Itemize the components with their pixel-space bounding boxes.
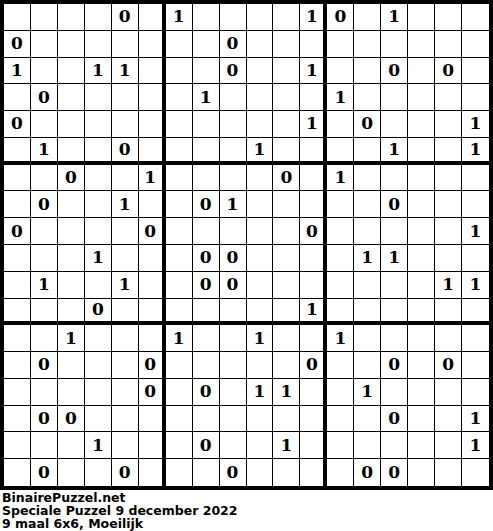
cell-r16c2: 0: [31, 406, 58, 433]
cell-r3c3[interactable]: [58, 58, 85, 85]
cell-r13c18[interactable]: [462, 325, 489, 352]
cell-r7c10[interactable]: [247, 165, 274, 192]
cell-r14c5[interactable]: [112, 352, 139, 379]
cell-r15c8: 0: [193, 379, 220, 406]
cell-r14c12: 0: [300, 352, 327, 379]
cell-r13c1[interactable]: [4, 325, 31, 352]
cell-r12c2[interactable]: [31, 299, 58, 326]
cell-r1c1[interactable]: [4, 4, 31, 31]
cell-r13c8[interactable]: [193, 325, 220, 352]
cell-r8c11[interactable]: [273, 191, 300, 218]
cell-r12c18[interactable]: [462, 299, 489, 326]
cell-r16c7[interactable]: [166, 406, 193, 433]
cell-r12c3[interactable]: [58, 299, 85, 326]
cell-r3c9: 0: [220, 58, 247, 85]
cell-r17c17[interactable]: [435, 432, 462, 459]
cell-r13c6[interactable]: [139, 325, 166, 352]
cell-r14c2: 0: [31, 352, 58, 379]
cell-r4c15[interactable]: [381, 84, 408, 111]
cell-r15c17[interactable]: [435, 379, 462, 406]
cell-r15c13[interactable]: [327, 379, 354, 406]
cell-r15c6: 0: [139, 379, 166, 406]
cell-r4c3[interactable]: [58, 84, 85, 111]
cell-r11c3[interactable]: [58, 272, 85, 299]
cell-r18c10[interactable]: [247, 459, 274, 486]
cell-r16c16[interactable]: [408, 406, 435, 433]
cell-r12c11[interactable]: [273, 299, 300, 326]
cell-r17c2[interactable]: [31, 432, 58, 459]
cell-r2c16[interactable]: [408, 31, 435, 58]
cell-r1c3[interactable]: [58, 4, 85, 31]
cell-r10c12[interactable]: [300, 245, 327, 272]
cell-r7c6: 1: [139, 165, 166, 192]
cell-r10c10[interactable]: [247, 245, 274, 272]
cell-r1c6[interactable]: [139, 4, 166, 31]
cell-r10c16[interactable]: [408, 245, 435, 272]
cell-r8c10[interactable]: [247, 191, 274, 218]
cell-r1c13: 0: [327, 4, 354, 31]
cell-r11c9: 0: [220, 272, 247, 299]
cell-r14c18[interactable]: [462, 352, 489, 379]
cell-r17c15[interactable]: [381, 432, 408, 459]
cell-r16c15: 0: [381, 406, 408, 433]
cell-r2c7[interactable]: [166, 31, 193, 58]
cell-r11c4[interactable]: [85, 272, 112, 299]
cell-r13c9[interactable]: [220, 325, 247, 352]
cell-r10c3[interactable]: [58, 245, 85, 272]
cell-r16c3: 0: [58, 406, 85, 433]
cell-r1c16[interactable]: [408, 4, 435, 31]
cell-r11c13[interactable]: [327, 272, 354, 299]
cell-r6c3[interactable]: [58, 138, 85, 165]
cell-r2c2[interactable]: [31, 31, 58, 58]
cell-r17c7[interactable]: [166, 432, 193, 459]
cell-r12c7[interactable]: [166, 299, 193, 326]
cell-r16c17[interactable]: [435, 406, 462, 433]
cell-r15c12[interactable]: [300, 379, 327, 406]
cell-r6c5: 0: [112, 138, 139, 165]
cell-r18c3[interactable]: [58, 459, 85, 486]
cell-r3c17: 0: [435, 58, 462, 85]
cell-r5c16[interactable]: [408, 111, 435, 138]
cell-r15c3[interactable]: [58, 379, 85, 406]
cell-r12c12: 1: [300, 299, 327, 326]
cell-r8c14[interactable]: [354, 191, 381, 218]
cell-r2c8[interactable]: [193, 31, 220, 58]
cell-r18c5: 0: [112, 459, 139, 486]
cell-r10c17[interactable]: [435, 245, 462, 272]
cell-r14c1[interactable]: [4, 352, 31, 379]
cell-r2c9: 0: [220, 31, 247, 58]
cell-r7c18[interactable]: [462, 165, 489, 192]
cell-r7c16[interactable]: [408, 165, 435, 192]
cell-r7c12[interactable]: [300, 165, 327, 192]
cell-r12c5[interactable]: [112, 299, 139, 326]
cell-r17c13[interactable]: [327, 432, 354, 459]
cell-r11c7[interactable]: [166, 272, 193, 299]
cell-r5c10[interactable]: [247, 111, 274, 138]
cell-r16c10[interactable]: [247, 406, 274, 433]
puzzle-grid: 0110100111010001101011011101010101000011…: [0, 0, 493, 490]
cell-r16c18: 1: [462, 406, 489, 433]
puzzle-spec: 9 maal 6x6, Moeilijk: [2, 517, 491, 530]
cell-r4c5[interactable]: [112, 84, 139, 111]
cell-r12c9[interactable]: [220, 299, 247, 326]
cell-r5c7[interactable]: [166, 111, 193, 138]
cell-r13c7: 1: [166, 325, 193, 352]
cell-r10c7[interactable]: [166, 245, 193, 272]
cell-r2c5[interactable]: [112, 31, 139, 58]
cell-r14c8[interactable]: [193, 352, 220, 379]
cell-r3c1: 1: [4, 58, 31, 85]
cell-r1c7: 1: [166, 4, 193, 31]
cell-r18c12[interactable]: [300, 459, 327, 486]
cell-r10c6[interactable]: [139, 245, 166, 272]
cell-r8c5: 1: [112, 191, 139, 218]
cell-r7c13: 1: [327, 165, 354, 192]
cell-r8c17[interactable]: [435, 191, 462, 218]
cell-r4c12[interactable]: [300, 84, 327, 111]
cell-r18c11[interactable]: [273, 459, 300, 486]
cell-r4c2: 0: [31, 84, 58, 111]
cell-r5c15[interactable]: [381, 111, 408, 138]
cell-r9c15[interactable]: [381, 218, 408, 245]
cell-r12c16[interactable]: [408, 299, 435, 326]
cell-r17c12[interactable]: [300, 432, 327, 459]
cell-r1c9[interactable]: [220, 4, 247, 31]
cell-r16c4[interactable]: [85, 406, 112, 433]
cell-r9c9[interactable]: [220, 218, 247, 245]
cell-r2c4[interactable]: [85, 31, 112, 58]
cell-r5c14: 0: [354, 111, 381, 138]
cell-r13c10: 1: [247, 325, 274, 352]
cell-r3c11[interactable]: [273, 58, 300, 85]
cell-r17c3[interactable]: [58, 432, 85, 459]
cell-r14c11[interactable]: [273, 352, 300, 379]
cell-r13c14[interactable]: [354, 325, 381, 352]
cell-r7c1[interactable]: [4, 165, 31, 192]
cell-r6c1[interactable]: [4, 138, 31, 165]
cell-r3c15: 0: [381, 58, 408, 85]
cell-r3c7[interactable]: [166, 58, 193, 85]
cell-r8c12[interactable]: [300, 191, 327, 218]
cell-r3c13[interactable]: [327, 58, 354, 85]
cell-r8c2: 0: [31, 191, 58, 218]
cell-r15c5[interactable]: [112, 379, 139, 406]
cell-r14c10[interactable]: [247, 352, 274, 379]
cell-r6c14[interactable]: [354, 138, 381, 165]
cell-r18c13[interactable]: [327, 459, 354, 486]
cell-r17c9[interactable]: [220, 432, 247, 459]
cell-r3c8[interactable]: [193, 58, 220, 85]
cell-r10c14: 1: [354, 245, 381, 272]
cell-r5c5[interactable]: [112, 111, 139, 138]
cell-r13c5[interactable]: [112, 325, 139, 352]
cell-r7c2[interactable]: [31, 165, 58, 192]
cell-r17c5[interactable]: [112, 432, 139, 459]
cell-r7c9[interactable]: [220, 165, 247, 192]
cell-r10c11[interactable]: [273, 245, 300, 272]
cell-r4c6[interactable]: [139, 84, 166, 111]
cell-r6c2: 1: [31, 138, 58, 165]
cell-r5c8[interactable]: [193, 111, 220, 138]
cell-r5c6[interactable]: [139, 111, 166, 138]
cell-r11c11[interactable]: [273, 272, 300, 299]
cell-r12c8[interactable]: [193, 299, 220, 326]
cell-r11c14[interactable]: [354, 272, 381, 299]
cell-r18c6[interactable]: [139, 459, 166, 486]
cell-r5c2[interactable]: [31, 111, 58, 138]
cell-r4c4[interactable]: [85, 84, 112, 111]
cell-r8c1[interactable]: [4, 191, 31, 218]
cell-r9c5[interactable]: [112, 218, 139, 245]
cell-r17c16[interactable]: [408, 432, 435, 459]
cell-r2c3[interactable]: [58, 31, 85, 58]
cell-r1c18[interactable]: [462, 4, 489, 31]
cell-r13c13: 1: [327, 325, 354, 352]
cell-r8c16[interactable]: [408, 191, 435, 218]
cell-r13c17[interactable]: [435, 325, 462, 352]
cell-r1c5: 0: [112, 4, 139, 31]
cell-r13c11[interactable]: [273, 325, 300, 352]
cell-r9c2[interactable]: [31, 218, 58, 245]
cell-r10c5[interactable]: [112, 245, 139, 272]
cell-r15c1[interactable]: [4, 379, 31, 406]
cell-r8c13[interactable]: [327, 191, 354, 218]
cell-r13c2[interactable]: [31, 325, 58, 352]
cell-r4c14[interactable]: [354, 84, 381, 111]
cell-r16c6[interactable]: [139, 406, 166, 433]
cell-r10c8: 0: [193, 245, 220, 272]
cell-r3c18[interactable]: [462, 58, 489, 85]
cell-r5c4[interactable]: [85, 111, 112, 138]
cell-r17c4: 1: [85, 432, 112, 459]
cell-r2c12[interactable]: [300, 31, 327, 58]
cell-r9c16[interactable]: [408, 218, 435, 245]
cell-r5c13[interactable]: [327, 111, 354, 138]
cell-r9c13[interactable]: [327, 218, 354, 245]
cell-r18c1[interactable]: [4, 459, 31, 486]
cell-r3c10[interactable]: [247, 58, 274, 85]
cell-r12c15[interactable]: [381, 299, 408, 326]
cell-r6c7[interactable]: [166, 138, 193, 165]
cell-r18c18[interactable]: [462, 459, 489, 486]
cell-r12c13[interactable]: [327, 299, 354, 326]
cell-r2c11[interactable]: [273, 31, 300, 58]
cell-r15c10: 1: [247, 379, 274, 406]
cell-r17c1[interactable]: [4, 432, 31, 459]
cell-r6c12[interactable]: [300, 138, 327, 165]
cell-r7c17[interactable]: [435, 165, 462, 192]
cell-r4c7[interactable]: [166, 84, 193, 111]
cell-r4c18[interactable]: [462, 84, 489, 111]
cell-r3c5: 1: [112, 58, 139, 85]
cell-r15c18[interactable]: [462, 379, 489, 406]
cell-r5c9[interactable]: [220, 111, 247, 138]
cell-r16c9[interactable]: [220, 406, 247, 433]
cell-r2c17[interactable]: [435, 31, 462, 58]
cell-r9c8[interactable]: [193, 218, 220, 245]
cell-r9c3[interactable]: [58, 218, 85, 245]
cell-r7c7[interactable]: [166, 165, 193, 192]
cell-r5c17[interactable]: [435, 111, 462, 138]
cell-r16c8[interactable]: [193, 406, 220, 433]
cell-r6c16[interactable]: [408, 138, 435, 165]
cell-r1c15: 1: [381, 4, 408, 31]
cell-r4c1[interactable]: [4, 84, 31, 111]
cell-r16c11[interactable]: [273, 406, 300, 433]
cell-r17c14[interactable]: [354, 432, 381, 459]
cell-r6c17[interactable]: [435, 138, 462, 165]
cell-r12c1[interactable]: [4, 299, 31, 326]
cell-r8c6[interactable]: [139, 191, 166, 218]
cell-r12c14[interactable]: [354, 299, 381, 326]
cell-r2c10[interactable]: [247, 31, 274, 58]
cell-r7c4[interactable]: [85, 165, 112, 192]
cell-r15c15[interactable]: [381, 379, 408, 406]
cell-r1c8[interactable]: [193, 4, 220, 31]
cell-r1c2[interactable]: [31, 4, 58, 31]
cell-r2c15[interactable]: [381, 31, 408, 58]
puzzle-page: 0110100111010001101011011101010101000011…: [0, 0, 493, 531]
cell-r7c5[interactable]: [112, 165, 139, 192]
cell-r1c11[interactable]: [273, 4, 300, 31]
cell-r6c8[interactable]: [193, 138, 220, 165]
cell-r1c17[interactable]: [435, 4, 462, 31]
cell-r11c10[interactable]: [247, 272, 274, 299]
cell-r17c11: 1: [273, 432, 300, 459]
cell-r9c17[interactable]: [435, 218, 462, 245]
cell-r9c10[interactable]: [247, 218, 274, 245]
cell-r18c8[interactable]: [193, 459, 220, 486]
cell-r6c4[interactable]: [85, 138, 112, 165]
cell-r10c13[interactable]: [327, 245, 354, 272]
cell-r17c10[interactable]: [247, 432, 274, 459]
cell-r15c4[interactable]: [85, 379, 112, 406]
cell-r6c11[interactable]: [273, 138, 300, 165]
cell-r3c6[interactable]: [139, 58, 166, 85]
cell-r17c8: 0: [193, 432, 220, 459]
cell-r18c2: 0: [31, 459, 58, 486]
cell-r16c5[interactable]: [112, 406, 139, 433]
cell-r13c12[interactable]: [300, 325, 327, 352]
cell-r15c14: 1: [354, 379, 381, 406]
cell-r11c16[interactable]: [408, 272, 435, 299]
cell-r7c8[interactable]: [193, 165, 220, 192]
cell-r7c3: 0: [58, 165, 85, 192]
cell-r8c15: 0: [381, 191, 408, 218]
cell-r6c13[interactable]: [327, 138, 354, 165]
cell-r8c7[interactable]: [166, 191, 193, 218]
cell-r12c6[interactable]: [139, 299, 166, 326]
cell-r6c6[interactable]: [139, 138, 166, 165]
cell-r18c4[interactable]: [85, 459, 112, 486]
cell-r11c6[interactable]: [139, 272, 166, 299]
cell-r4c8: 1: [193, 84, 220, 111]
cell-r8c18[interactable]: [462, 191, 489, 218]
cell-r12c10[interactable]: [247, 299, 274, 326]
cell-r9c4[interactable]: [85, 218, 112, 245]
cell-r7c11: 0: [273, 165, 300, 192]
cell-r18c16[interactable]: [408, 459, 435, 486]
cell-r18c17[interactable]: [435, 459, 462, 486]
cell-r2c18[interactable]: [462, 31, 489, 58]
cell-r14c3[interactable]: [58, 352, 85, 379]
cell-r2c6[interactable]: [139, 31, 166, 58]
cell-r5c3[interactable]: [58, 111, 85, 138]
cell-r15c2[interactable]: [31, 379, 58, 406]
cell-r17c6[interactable]: [139, 432, 166, 459]
cell-r16c14[interactable]: [354, 406, 381, 433]
cell-r7c14[interactable]: [354, 165, 381, 192]
cell-r18c7[interactable]: [166, 459, 193, 486]
cell-r5c11[interactable]: [273, 111, 300, 138]
cell-r15c9[interactable]: [220, 379, 247, 406]
cell-r16c12[interactable]: [300, 406, 327, 433]
cell-r13c4[interactable]: [85, 325, 112, 352]
cell-r17c18: 1: [462, 432, 489, 459]
cell-r12c17[interactable]: [435, 299, 462, 326]
cell-r9c14[interactable]: [354, 218, 381, 245]
cell-r11c15[interactable]: [381, 272, 408, 299]
cell-r16c1[interactable]: [4, 406, 31, 433]
cell-r11c5: 1: [112, 272, 139, 299]
cell-r4c9[interactable]: [220, 84, 247, 111]
cell-r6c9[interactable]: [220, 138, 247, 165]
cell-r3c2[interactable]: [31, 58, 58, 85]
cell-r1c14[interactable]: [354, 4, 381, 31]
cell-r7c15[interactable]: [381, 165, 408, 192]
cell-r14c9[interactable]: [220, 352, 247, 379]
cell-r3c16[interactable]: [408, 58, 435, 85]
cell-r4c16[interactable]: [408, 84, 435, 111]
cell-r14c4[interactable]: [85, 352, 112, 379]
cell-r18c14: 0: [354, 459, 381, 486]
cell-r4c10[interactable]: [247, 84, 274, 111]
cell-r1c4[interactable]: [85, 4, 112, 31]
cell-r10c2[interactable]: [31, 245, 58, 272]
cell-r14c7[interactable]: [166, 352, 193, 379]
cell-r13c3: 1: [58, 325, 85, 352]
cell-r15c7[interactable]: [166, 379, 193, 406]
cell-r13c15[interactable]: [381, 325, 408, 352]
cell-r8c4[interactable]: [85, 191, 112, 218]
cell-r9c7[interactable]: [166, 218, 193, 245]
cell-r4c17[interactable]: [435, 84, 462, 111]
cell-r11c12[interactable]: [300, 272, 327, 299]
cell-r1c10[interactable]: [247, 4, 274, 31]
cell-r13c16[interactable]: [408, 325, 435, 352]
cell-r2c13[interactable]: [327, 31, 354, 58]
cell-r8c3[interactable]: [58, 191, 85, 218]
cell-r14c13[interactable]: [327, 352, 354, 379]
cell-r15c16[interactable]: [408, 379, 435, 406]
cell-r14c14[interactable]: [354, 352, 381, 379]
cell-r18c15: 0: [381, 459, 408, 486]
cell-r10c18[interactable]: [462, 245, 489, 272]
cell-r10c15: 1: [381, 245, 408, 272]
cell-r10c4: 1: [85, 245, 112, 272]
cell-r4c11[interactable]: [273, 84, 300, 111]
cell-r3c4: 1: [85, 58, 112, 85]
cell-r3c14[interactable]: [354, 58, 381, 85]
cell-r11c1[interactable]: [4, 272, 31, 299]
cell-r14c16[interactable]: [408, 352, 435, 379]
cell-r10c1[interactable]: [4, 245, 31, 272]
cell-r16c13[interactable]: [327, 406, 354, 433]
cell-r9c11[interactable]: [273, 218, 300, 245]
cell-r2c14[interactable]: [354, 31, 381, 58]
